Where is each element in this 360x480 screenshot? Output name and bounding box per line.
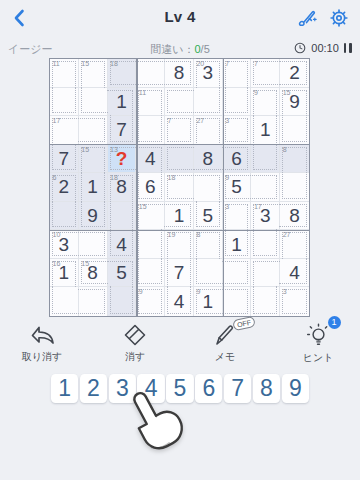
cage-sum: 9: [196, 288, 200, 296]
cell-r6c8[interactable]: 173: [251, 202, 280, 231]
cage-border: [110, 175, 134, 202]
cage-border: [253, 61, 280, 85]
mistakes-label: 間違い：: [150, 43, 194, 55]
cage-border: [196, 258, 223, 285]
cage-sum: 3: [225, 203, 229, 211]
cell-digit: 1: [231, 235, 242, 254]
cell-r2c1[interactable]: [50, 88, 79, 117]
cell-r1c8[interactable]: 7: [251, 59, 280, 88]
cage-border: [225, 61, 249, 88]
cell-r8c2[interactable]: 158: [79, 259, 108, 288]
timer: 00:10: [311, 42, 339, 54]
cage-border: [279, 61, 307, 85]
cell-digit: 1: [260, 120, 271, 139]
cell-r5c8[interactable]: [251, 173, 280, 202]
undo-button[interactable]: 取り消す: [6, 322, 78, 364]
cage-border: [193, 175, 220, 202]
cage-border: [253, 286, 277, 314]
cage-border: [78, 289, 105, 314]
cage-sum: 19: [168, 231, 176, 239]
cage-border: [138, 258, 162, 285]
cage-border: [282, 289, 307, 314]
cell-r8c1[interactable]: 161: [50, 259, 79, 288]
cage-sum: 7: [225, 60, 229, 68]
cell-r9c4[interactable]: 9: [136, 287, 165, 316]
undo-arrow-icon: [27, 322, 57, 348]
cell-r5c6[interactable]: [194, 173, 223, 202]
cell-digit: 1: [87, 177, 98, 196]
numpad-key-9[interactable]: 9: [282, 374, 309, 403]
cell-digit: 2: [289, 63, 300, 82]
cell-r3c6[interactable]: 27: [194, 116, 223, 145]
cell-r9c1[interactable]: [50, 287, 79, 316]
hint-button[interactable]: 1 ヒント: [282, 322, 354, 364]
cell-r4c5[interactable]: [165, 145, 194, 174]
cage-border: [196, 61, 220, 88]
cage-border: [196, 118, 220, 145]
cell-digit: 9: [289, 92, 300, 111]
cell-r7c6[interactable]: 8: [194, 230, 223, 259]
cell-r9c7[interactable]: [223, 287, 252, 316]
cell-digit: 4: [174, 292, 185, 311]
cage-sum: 9: [139, 288, 143, 296]
cage-sum: 17: [53, 117, 61, 125]
cell-r4c4[interactable]: 4: [136, 145, 165, 174]
cell-digit: 4: [289, 263, 300, 282]
cage-border: [81, 61, 105, 88]
cage-sum: 3: [283, 288, 287, 296]
cage-border: [138, 289, 162, 314]
cage-border: [196, 289, 223, 314]
cage-sum: 11: [53, 60, 60, 68]
cell-r2c9[interactable]: 159: [280, 88, 309, 117]
clock-icon: [294, 42, 306, 54]
cell-digit: 5: [202, 206, 213, 225]
cage-border: [78, 118, 105, 142]
cage-border: [138, 172, 162, 199]
cage-border: [225, 118, 249, 142]
cage-border: [110, 286, 134, 314]
cage-sum: 16: [53, 260, 61, 268]
cage-border: [52, 144, 76, 171]
cage-border: [282, 115, 307, 142]
cell-r3c2[interactable]: [79, 116, 108, 145]
cell-r1c2[interactable]: 15: [79, 59, 108, 88]
cell-digit: 4: [145, 149, 156, 168]
cell-r7c3[interactable]: 4: [108, 230, 137, 259]
cell-r1c6[interactable]: 203: [194, 59, 223, 88]
cage-sum: 3: [225, 117, 229, 125]
cell-digit: 1: [202, 292, 213, 311]
cage-border: [81, 147, 105, 174]
cell-digit: 4: [116, 235, 127, 254]
cage-sum: 13: [110, 146, 118, 154]
cage-border: [225, 87, 249, 114]
cage-sum: 15: [81, 146, 89, 154]
cage-sum: 15: [81, 60, 89, 68]
cage-sum: 27: [196, 117, 204, 125]
cage-sum: 6: [53, 174, 57, 182]
settings-button[interactable]: [328, 7, 350, 29]
cell-digit: 8: [87, 263, 98, 282]
cage-border: [110, 115, 134, 142]
cell-r8c5[interactable]: 7: [165, 259, 194, 288]
cell-r5c7[interactable]: 95: [223, 173, 252, 202]
cage-border: [167, 147, 194, 171]
cage-border: [81, 201, 105, 228]
cell-digit: 1: [59, 263, 70, 282]
error-mark: ?: [116, 149, 128, 168]
cell-digit: 7: [59, 149, 70, 168]
cell-digit: 2: [59, 177, 70, 196]
cell-r4c6[interactable]: 8: [194, 145, 223, 174]
cell-r2c3[interactable]: 1: [108, 88, 137, 117]
memo-off-badge: OFF: [232, 316, 256, 331]
cage-sum: 9: [225, 174, 229, 182]
cell-r8c9[interactable]: 4: [280, 259, 309, 288]
brush-icon: [296, 7, 318, 29]
killer-sudoku-board: 111518820377211191591777273171513?486862…: [49, 58, 310, 317]
cell-r8c7[interactable]: [223, 259, 252, 288]
memo-button[interactable]: OFF メモ: [189, 322, 261, 364]
cage-sum: 7: [168, 117, 172, 125]
cage-border: [282, 232, 307, 259]
cell-digit: 5: [116, 263, 127, 282]
cell-r7c9[interactable]: 27: [280, 230, 309, 259]
cell-r5c2[interactable]: 1: [79, 173, 108, 202]
cell-digit: 1: [174, 206, 185, 225]
cell-digit: 3: [202, 63, 213, 82]
cage-sum: 17: [254, 203, 262, 211]
cell-r1c7[interactable]: 7: [223, 59, 252, 88]
cell-r9c6[interactable]: 91: [194, 287, 223, 316]
cage-border: [250, 175, 277, 199]
cage-border: [253, 115, 277, 145]
numpad-key-4[interactable]: 4: [137, 374, 164, 403]
cage-border: [52, 61, 76, 88]
cage-border: [282, 90, 307, 117]
cell-digit: 7: [174, 263, 185, 282]
cage-border: [193, 87, 220, 114]
cage-sum: 8: [196, 231, 200, 239]
cage-border: [193, 144, 223, 171]
numpad-key-1[interactable]: 1: [51, 374, 78, 403]
cage-sum: 10: [53, 231, 61, 239]
cage-border: [52, 175, 76, 202]
cage-border: [135, 147, 162, 174]
cell-digit: 9: [87, 206, 98, 225]
cell-r9c5[interactable]: 4: [165, 287, 194, 316]
cage-border: [196, 201, 220, 228]
cage-border: [107, 90, 134, 117]
cell-r7c2[interactable]: [79, 230, 108, 259]
cell-r3c4[interactable]: [136, 116, 165, 145]
cell-r1c5[interactable]: 8: [165, 59, 194, 88]
cage-border: [138, 229, 162, 259]
cell-r9c9[interactable]: 3: [280, 287, 309, 316]
cage-border: [279, 204, 307, 228]
cage-border: [282, 172, 307, 199]
cage-border: [52, 286, 79, 314]
cell-r5c4[interactable]: 6: [136, 173, 165, 202]
cell-r4c9[interactable]: 8: [280, 145, 309, 174]
cage-border: [196, 232, 220, 259]
cell-r4c8[interactable]: [251, 145, 280, 174]
cage-border: [167, 90, 194, 114]
cell-r6c6[interactable]: 5: [194, 202, 223, 231]
cage-border: [225, 229, 249, 256]
cell-r9c8[interactable]: [251, 287, 280, 316]
cage-border: [81, 172, 105, 202]
hint-label: ヒント: [303, 351, 334, 365]
cell-r4c1[interactable]: 7: [50, 145, 79, 174]
cell-r1c9[interactable]: 2: [280, 59, 309, 88]
cage-border: [81, 87, 108, 114]
numpad-key-6[interactable]: 6: [195, 374, 222, 403]
cell-r2c2[interactable]: [79, 88, 108, 117]
number-pad: 123456789: [51, 374, 309, 403]
cell-r2c4[interactable]: 11: [136, 88, 165, 117]
cage-sum: 11: [139, 89, 146, 97]
cage-border: [282, 147, 307, 174]
cell-r2c6[interactable]: [194, 88, 223, 117]
cell-r6c7[interactable]: 3: [223, 202, 252, 231]
cell-r9c3[interactable]: [108, 287, 137, 316]
numpad-key-3[interactable]: 3: [109, 374, 136, 403]
cell-digit: 8: [202, 149, 213, 168]
cage-border: [138, 204, 165, 231]
cell-r8c6[interactable]: [194, 259, 223, 288]
cell-r8c3[interactable]: 5: [108, 259, 137, 288]
cell-r8c4[interactable]: [136, 259, 165, 288]
status-bar: イージー 間違い：0/5 00:10: [0, 40, 360, 56]
cell-digit: 3: [59, 235, 70, 254]
cage-sum: 15: [139, 203, 147, 211]
cage-sum: 27: [283, 231, 291, 239]
cage-border: [167, 232, 191, 259]
cell-digit: 5: [231, 177, 242, 196]
cell-r2c5[interactable]: [165, 88, 194, 117]
erase-label: 消す: [125, 350, 145, 364]
undo-label: 取り消す: [22, 350, 62, 364]
cell-r1c1[interactable]: 11: [50, 59, 79, 88]
cage-border: [110, 201, 134, 231]
cage-border: [107, 261, 134, 288]
cage-border: [225, 175, 252, 199]
numpad-key-2[interactable]: 2: [80, 374, 107, 403]
cage-sum: 9: [254, 89, 258, 97]
memo-label: メモ: [215, 350, 235, 364]
cage-border: [222, 289, 249, 314]
cage-border: [253, 204, 280, 231]
cell-r7c7[interactable]: 1: [223, 230, 252, 259]
cell-r9c2[interactable]: [79, 287, 108, 316]
cage-border: [225, 204, 249, 231]
cell-r7c4[interactable]: [136, 230, 165, 259]
cell-r4c7[interactable]: 6: [223, 145, 252, 174]
cage-border: [138, 90, 162, 117]
eraser-icon: [122, 322, 148, 348]
cell-digit: 6: [145, 177, 156, 196]
cell-r6c2[interactable]: 9: [79, 202, 108, 231]
theme-brush-button[interactable]: [296, 7, 318, 29]
cell-r5c5[interactable]: 18: [165, 173, 194, 202]
cage-border: [253, 229, 277, 256]
cage-border: [222, 147, 249, 171]
cage-border: [253, 261, 280, 288]
cell-r6c1[interactable]: [50, 202, 79, 231]
cage-border: [167, 175, 194, 199]
cell-r3c9[interactable]: [280, 116, 309, 145]
cage-border: [110, 229, 134, 256]
cage-border: [167, 258, 191, 288]
cell-digit: 8: [289, 206, 300, 225]
cell-r1c4[interactable]: [136, 59, 165, 88]
numpad-key-7[interactable]: 7: [224, 374, 251, 403]
cell-r7c5[interactable]: 19: [165, 230, 194, 259]
cage-border: [78, 232, 105, 256]
cage-border: [138, 115, 162, 142]
hint-count-badge: 1: [328, 316, 341, 329]
cell-r8c8[interactable]: [251, 259, 280, 288]
numpad-key-8[interactable]: 8: [253, 374, 280, 403]
mistakes-total: /5: [201, 43, 210, 55]
cell-digit: 8: [116, 177, 127, 196]
cell-r3c5[interactable]: 7: [165, 116, 194, 145]
cell-r4c2[interactable]: 15: [79, 145, 108, 174]
cage-border: [167, 118, 191, 142]
cage-border: [110, 61, 137, 85]
cell-r6c4[interactable]: 15: [136, 202, 165, 231]
cell-r5c3[interactable]: 188: [108, 173, 137, 202]
cage-border: [81, 261, 108, 285]
cell-r2c7[interactable]: [223, 88, 252, 117]
cell-r7c8[interactable]: [251, 230, 280, 259]
cell-digit: 3: [260, 206, 271, 225]
cell-digit: 1: [116, 92, 127, 111]
cage-sum: 15: [283, 89, 291, 97]
cell-r3c7[interactable]: 3: [223, 116, 252, 145]
gear-icon: [328, 7, 350, 29]
cell-r6c3[interactable]: [108, 202, 137, 231]
cage-border: [52, 261, 76, 288]
cage-sum: 18: [168, 174, 176, 182]
cell-r1c3[interactable]: 18: [108, 59, 137, 88]
cell-digit: 6: [231, 149, 242, 168]
cage-border: [110, 147, 137, 171]
cage-border: [222, 261, 249, 285]
cell-r3c1[interactable]: 17: [50, 116, 79, 145]
cell-r3c3[interactable]: 7: [108, 116, 137, 145]
numpad-key-5[interactable]: 5: [166, 374, 193, 403]
cell-digit: 7: [116, 120, 127, 139]
cage-border: [52, 118, 79, 145]
lightbulb-icon: [305, 322, 332, 349]
cage-border: [52, 87, 76, 114]
cage-sum: 18: [110, 60, 118, 68]
cage-border: [164, 61, 191, 85]
cell-r2c8[interactable]: 9: [251, 88, 280, 117]
cage-sum: 8: [283, 146, 287, 154]
cell-r5c1[interactable]: 62: [50, 173, 79, 202]
erase-button[interactable]: 消す: [99, 322, 171, 364]
cell-digit: 8: [174, 63, 185, 82]
cell-r4c3[interactable]: 13?: [108, 145, 137, 174]
cell-r6c9[interactable]: 8: [280, 202, 309, 231]
cage-sum: 15: [81, 260, 89, 268]
pause-button[interactable]: [344, 43, 352, 53]
cell-r7c1[interactable]: 103: [50, 230, 79, 259]
cage-sum: 18: [110, 174, 118, 182]
header-bar: Lv 4: [0, 0, 360, 36]
cage-border: [52, 201, 76, 228]
cell-r6c5[interactable]: 1: [165, 202, 194, 231]
cage-border: [279, 258, 307, 285]
cage-border: [164, 204, 191, 228]
cage-border: [167, 286, 191, 314]
cell-r5c9[interactable]: [280, 173, 309, 202]
cage-border: [135, 61, 165, 85]
cage-border: [253, 90, 277, 117]
cage-border: [52, 232, 79, 256]
cell-r3c8[interactable]: 1: [251, 116, 280, 145]
cage-sum: 7: [254, 60, 258, 68]
cage-border: [253, 144, 277, 171]
cage-sum: 20: [196, 60, 204, 68]
